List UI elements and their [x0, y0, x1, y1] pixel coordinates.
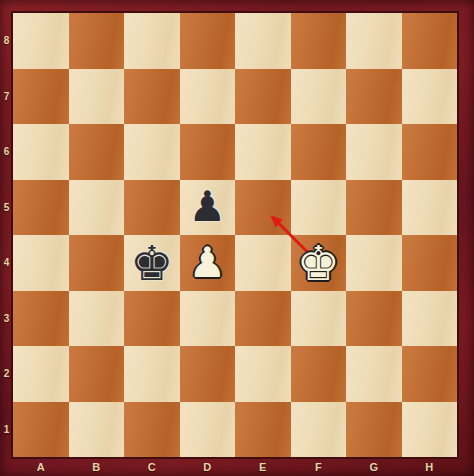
black-king[interactable]: ♚	[124, 235, 180, 291]
rank-label-8: 8	[0, 13, 13, 69]
file-label-a: A	[13, 459, 69, 475]
file-labels: ABCDEFGH	[13, 459, 457, 475]
rank-label-3: 3	[0, 291, 13, 347]
file-label-f: F	[291, 459, 347, 475]
file-label-b: B	[69, 459, 125, 475]
move-arrow	[13, 13, 457, 457]
white-pawn[interactable]: ♟	[180, 235, 236, 291]
black-pawn[interactable]: ♟	[180, 180, 236, 236]
file-label-h: H	[402, 459, 458, 475]
file-label-d: D	[180, 459, 236, 475]
rank-label-2: 2	[0, 346, 13, 402]
file-label-g: G	[346, 459, 402, 475]
rank-labels: 87654321	[0, 13, 13, 457]
file-label-e: E	[235, 459, 291, 475]
chessboard-frame: ♚♟♟♚ 87654321 ABCDEFGH	[0, 0, 474, 476]
rank-label-5: 5	[0, 180, 13, 236]
rank-label-4: 4	[0, 235, 13, 291]
file-label-c: C	[124, 459, 180, 475]
white-king[interactable]: ♚	[291, 235, 347, 291]
rank-label-6: 6	[0, 124, 13, 180]
rank-label-7: 7	[0, 69, 13, 125]
rank-label-1: 1	[0, 402, 13, 458]
